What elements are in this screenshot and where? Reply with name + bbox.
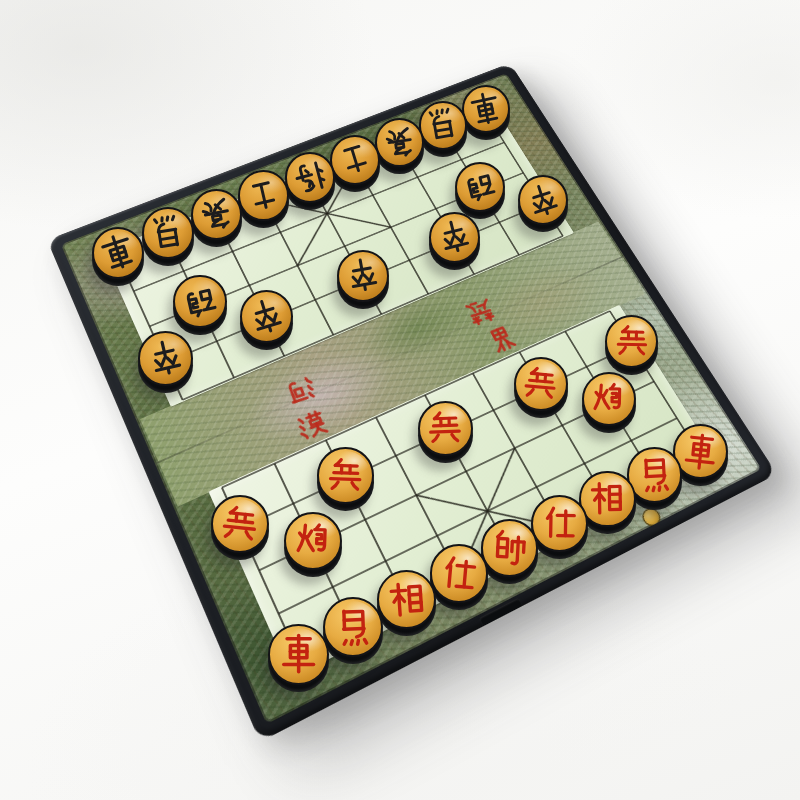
piece-black-cannon[interactable] [173, 275, 226, 328]
piece-red-soldier[interactable] [211, 495, 269, 553]
piece-black-advisor[interactable] [238, 170, 289, 221]
piece-red-advisor[interactable] [430, 544, 489, 603]
glyph-車 [680, 431, 721, 472]
glyph-炮 [590, 380, 627, 417]
glyph-車 [466, 89, 505, 128]
product-photo-scene [0, 0, 800, 800]
piece-black-horse[interactable] [142, 207, 194, 259]
piece-black-chariot[interactable] [462, 85, 510, 133]
piece-red-soldier[interactable] [418, 401, 473, 456]
glyph-帥 [489, 527, 530, 568]
piece-red-cannon[interactable] [582, 372, 636, 426]
piece-black-elephant[interactable] [191, 189, 243, 241]
piece-black-horse[interactable] [419, 101, 468, 150]
piece-red-elephant[interactable] [377, 570, 436, 629]
piece-black-general[interactable] [285, 152, 335, 202]
glyph-象 [196, 193, 237, 234]
piece-black-advisor[interactable] [330, 135, 380, 185]
glyph-仕 [539, 503, 578, 542]
glyph-相 [385, 578, 428, 621]
piece-black-chariot[interactable] [92, 227, 145, 280]
glyph-兵 [426, 409, 465, 448]
glyph-炮 [292, 520, 333, 561]
piece-red-elephant[interactable] [579, 471, 635, 527]
glyph-馬 [332, 605, 374, 647]
glyph-車 [278, 633, 319, 674]
glyph-兵 [218, 502, 261, 545]
glyph-馬 [635, 454, 675, 494]
piece-red-soldier[interactable] [605, 315, 658, 368]
glyph-相 [588, 479, 627, 518]
piece-black-soldier[interactable] [337, 250, 389, 302]
piece-black-soldier[interactable] [240, 290, 294, 344]
piece-red-chariot[interactable] [268, 624, 329, 685]
piece-black-elephant[interactable] [375, 118, 424, 167]
glyph-兵 [613, 323, 650, 360]
pieces-layer [0, 0, 800, 800]
piece-red-general[interactable] [481, 519, 539, 577]
piece-red-soldier[interactable] [317, 447, 374, 504]
glyph-馬 [424, 106, 462, 144]
glyph-仕 [437, 551, 480, 594]
piece-black-cannon[interactable] [455, 162, 505, 212]
piece-red-advisor[interactable] [531, 495, 588, 552]
piece-red-soldier[interactable] [514, 357, 568, 411]
piece-black-soldier[interactable] [429, 212, 480, 263]
glyph-兵 [521, 364, 561, 404]
glyph-卒 [342, 255, 383, 296]
glyph-兵 [325, 455, 365, 495]
piece-red-cannon[interactable] [284, 512, 342, 570]
glyph-馬 [148, 213, 188, 253]
glyph-砲 [178, 279, 222, 323]
glyph-象 [381, 123, 419, 161]
piece-black-soldier[interactable] [518, 175, 568, 225]
piece-black-soldier[interactable] [138, 331, 193, 386]
piece-red-horse[interactable] [323, 597, 383, 657]
